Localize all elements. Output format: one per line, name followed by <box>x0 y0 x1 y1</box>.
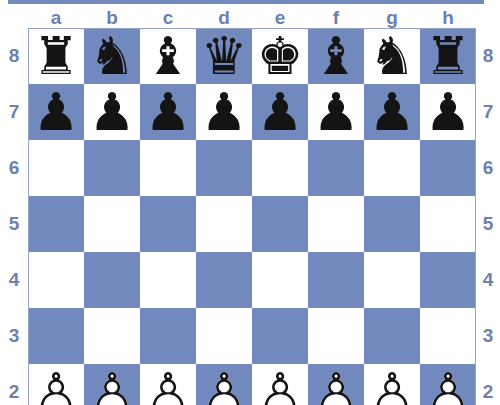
white-p-piece: ♟♙ <box>313 366 360 405</box>
rank-label-left-6: 6 <box>0 140 28 196</box>
corner-cell-top-left <box>0 4 28 28</box>
square-h6[interactable] <box>420 140 476 196</box>
square-c4[interactable] <box>140 252 196 308</box>
square-a6[interactable] <box>28 140 84 196</box>
white-p-piece: ♟♙ <box>257 366 304 405</box>
file-label-g: g <box>364 4 420 28</box>
rank-label-right-5: 5 <box>476 196 500 252</box>
square-e2[interactable]: ♟♙ <box>252 364 308 405</box>
rank-label-left-8: 8 <box>0 28 28 84</box>
white-piece-outline: ♙ <box>89 362 136 405</box>
white-p-piece: ♟♙ <box>369 366 416 405</box>
white-piece-outline: ♙ <box>369 362 416 405</box>
black-k-piece: ♚ <box>257 30 304 82</box>
black-p-piece: ♟ <box>313 86 360 138</box>
rank-label-left-7: 7 <box>0 84 28 140</box>
rank-label-left-4: 4 <box>0 252 28 308</box>
black-p-piece: ♟ <box>89 86 136 138</box>
square-h2[interactable]: ♟♙ <box>420 364 476 405</box>
black-p-piece: ♟ <box>145 86 192 138</box>
white-piece-outline: ♙ <box>257 362 304 405</box>
square-a4[interactable] <box>28 252 84 308</box>
file-label-e: e <box>252 4 308 28</box>
black-n-piece: ♞ <box>369 30 416 82</box>
rank-label-left-2: 2 <box>0 364 28 405</box>
square-a7[interactable]: ♟ <box>28 84 84 140</box>
square-c6[interactable] <box>140 140 196 196</box>
square-a2[interactable]: ♟♙ <box>28 364 84 405</box>
file-label-b: b <box>84 4 140 28</box>
square-b3[interactable] <box>84 308 140 364</box>
rank-label-right-2: 2 <box>476 364 500 405</box>
square-f3[interactable] <box>308 308 364 364</box>
black-r-piece: ♜ <box>425 30 472 82</box>
black-b-piece: ♝ <box>313 30 360 82</box>
square-e8[interactable]: ♚ <box>252 28 308 84</box>
rank-label-right-7: 7 <box>476 84 500 140</box>
white-p-piece: ♟♙ <box>425 366 472 405</box>
white-piece-outline: ♙ <box>145 362 192 405</box>
square-d2[interactable]: ♟♙ <box>196 364 252 405</box>
square-f2[interactable]: ♟♙ <box>308 364 364 405</box>
square-b2[interactable]: ♟♙ <box>84 364 140 405</box>
square-h7[interactable]: ♟ <box>420 84 476 140</box>
square-b6[interactable] <box>84 140 140 196</box>
square-g7[interactable]: ♟ <box>364 84 420 140</box>
black-n-piece: ♞ <box>89 30 136 82</box>
white-piece-outline: ♙ <box>201 362 248 405</box>
rank-label-right-4: 4 <box>476 252 500 308</box>
black-p-piece: ♟ <box>425 86 472 138</box>
black-p-piece: ♟ <box>257 86 304 138</box>
rank-label-right-8: 8 <box>476 28 500 84</box>
black-r-piece: ♜ <box>33 30 80 82</box>
square-g4[interactable] <box>364 252 420 308</box>
square-c7[interactable]: ♟ <box>140 84 196 140</box>
square-f8[interactable]: ♝ <box>308 28 364 84</box>
square-f5[interactable] <box>308 196 364 252</box>
square-e5[interactable] <box>252 196 308 252</box>
square-a3[interactable] <box>28 308 84 364</box>
square-g2[interactable]: ♟♙ <box>364 364 420 405</box>
black-b-piece: ♝ <box>145 30 192 82</box>
file-label-f: f <box>308 4 364 28</box>
square-f7[interactable]: ♟ <box>308 84 364 140</box>
black-p-piece: ♟ <box>33 86 80 138</box>
chess-board: abcdefgh8♜♞♝♛♚♝♞♜87♟♟♟♟♟♟♟♟7665544332♟♙♟… <box>0 4 500 405</box>
corner-cell-top-right <box>476 4 500 28</box>
square-c5[interactable] <box>140 196 196 252</box>
square-d3[interactable] <box>196 308 252 364</box>
square-b5[interactable] <box>84 196 140 252</box>
square-h5[interactable] <box>420 196 476 252</box>
white-p-piece: ♟♙ <box>89 366 136 405</box>
square-g3[interactable] <box>364 308 420 364</box>
file-label-a: a <box>28 4 84 28</box>
square-c3[interactable] <box>140 308 196 364</box>
square-c8[interactable]: ♝ <box>140 28 196 84</box>
rank-label-right-6: 6 <box>476 140 500 196</box>
square-c2[interactable]: ♟♙ <box>140 364 196 405</box>
square-b7[interactable]: ♟ <box>84 84 140 140</box>
square-g8[interactable]: ♞ <box>364 28 420 84</box>
square-e3[interactable] <box>252 308 308 364</box>
square-b8[interactable]: ♞ <box>84 28 140 84</box>
white-piece-outline: ♙ <box>313 362 360 405</box>
square-a5[interactable] <box>28 196 84 252</box>
white-p-piece: ♟♙ <box>145 366 192 405</box>
square-d8[interactable]: ♛ <box>196 28 252 84</box>
square-h3[interactable] <box>420 308 476 364</box>
file-label-d: d <box>196 4 252 28</box>
square-d5[interactable] <box>196 196 252 252</box>
white-piece-outline: ♙ <box>425 362 472 405</box>
black-p-piece: ♟ <box>369 86 416 138</box>
black-q-piece: ♛ <box>201 30 248 82</box>
square-a8[interactable]: ♜ <box>28 28 84 84</box>
square-e4[interactable] <box>252 252 308 308</box>
square-h8[interactable]: ♜ <box>420 28 476 84</box>
rank-label-left-3: 3 <box>0 308 28 364</box>
square-f6[interactable] <box>308 140 364 196</box>
square-h4[interactable] <box>420 252 476 308</box>
black-p-piece: ♟ <box>201 86 248 138</box>
square-e7[interactable]: ♟ <box>252 84 308 140</box>
file-label-h: h <box>420 4 476 28</box>
white-p-piece: ♟♙ <box>33 366 80 405</box>
square-e6[interactable] <box>252 140 308 196</box>
square-g5[interactable] <box>364 196 420 252</box>
rank-label-left-5: 5 <box>0 196 28 252</box>
square-d4[interactable] <box>196 252 252 308</box>
square-d6[interactable] <box>196 140 252 196</box>
file-label-c: c <box>140 4 196 28</box>
square-g6[interactable] <box>364 140 420 196</box>
square-f4[interactable] <box>308 252 364 308</box>
rank-label-right-3: 3 <box>476 308 500 364</box>
square-d7[interactable]: ♟ <box>196 84 252 140</box>
square-b4[interactable] <box>84 252 140 308</box>
white-piece-outline: ♙ <box>33 362 80 405</box>
white-p-piece: ♟♙ <box>201 366 248 405</box>
